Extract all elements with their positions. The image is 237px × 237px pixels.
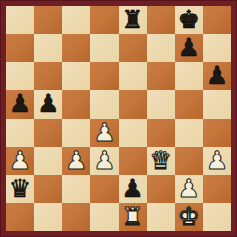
square-f5[interactable] [147,90,175,118]
square-h6[interactable]: ♟ [203,62,231,90]
square-f4[interactable] [147,119,175,147]
square-b5[interactable]: ♟ [34,90,62,118]
square-e1[interactable]: ♜ [119,203,147,231]
square-d2[interactable] [90,175,118,203]
piece-black-rook[interactable]: ♜ [121,6,143,34]
square-a2[interactable]: ♛ [6,175,34,203]
square-f7[interactable] [147,34,175,62]
square-e4[interactable] [119,119,147,147]
square-f6[interactable] [147,62,175,90]
square-f2[interactable] [147,175,175,203]
square-g8[interactable]: ♚ [175,6,203,34]
square-b3[interactable] [34,147,62,175]
square-g2[interactable]: ♟ [175,175,203,203]
square-c5[interactable] [62,90,90,118]
square-b6[interactable] [34,62,62,90]
square-c6[interactable] [62,62,90,90]
piece-black-pawn[interactable]: ♟ [178,34,200,62]
square-d7[interactable] [90,34,118,62]
square-g7[interactable]: ♟ [175,34,203,62]
chess-board: ♜♚♟♟♟♟♟♟♟♟♛♟♛♟♟♜♚ [6,6,231,231]
square-b8[interactable] [34,6,62,34]
square-e5[interactable] [119,90,147,118]
square-f1[interactable] [147,203,175,231]
piece-black-pawn[interactable]: ♟ [37,90,59,118]
square-e7[interactable] [119,34,147,62]
piece-white-pawn[interactable]: ♟ [9,147,31,175]
square-e6[interactable] [119,62,147,90]
square-d8[interactable] [90,6,118,34]
piece-white-pawn[interactable]: ♟ [65,147,87,175]
square-a4[interactable] [6,119,34,147]
square-h4[interactable] [203,119,231,147]
square-b4[interactable] [34,119,62,147]
square-h3[interactable]: ♟ [203,147,231,175]
square-c3[interactable]: ♟ [62,147,90,175]
piece-black-king[interactable]: ♚ [178,6,200,34]
piece-white-pawn[interactable]: ♟ [178,175,200,203]
square-h1[interactable] [203,203,231,231]
square-a5[interactable]: ♟ [6,90,34,118]
square-c7[interactable] [62,34,90,62]
piece-white-king[interactable]: ♚ [178,203,200,231]
square-d4[interactable]: ♟ [90,119,118,147]
square-g3[interactable] [175,147,203,175]
square-b2[interactable] [34,175,62,203]
square-c1[interactable] [62,203,90,231]
square-e8[interactable]: ♜ [119,6,147,34]
square-a3[interactable]: ♟ [6,147,34,175]
square-b1[interactable] [34,203,62,231]
square-a7[interactable] [6,34,34,62]
square-f8[interactable] [147,6,175,34]
piece-black-pawn[interactable]: ♟ [121,175,143,203]
square-a6[interactable] [6,62,34,90]
square-h8[interactable] [203,6,231,34]
square-d1[interactable] [90,203,118,231]
square-g1[interactable]: ♚ [175,203,203,231]
square-c4[interactable] [62,119,90,147]
square-h2[interactable] [203,175,231,203]
square-e3[interactable] [119,147,147,175]
piece-black-pawn[interactable]: ♟ [206,62,228,90]
square-a8[interactable] [6,6,34,34]
square-b7[interactable] [34,34,62,62]
piece-black-pawn[interactable]: ♟ [9,90,31,118]
piece-white-queen[interactable]: ♛ [149,147,171,175]
square-h5[interactable] [203,90,231,118]
piece-white-rook[interactable]: ♜ [121,203,143,231]
square-d5[interactable] [90,90,118,118]
square-h7[interactable] [203,34,231,62]
piece-black-queen[interactable]: ♛ [9,175,31,203]
square-d6[interactable] [90,62,118,90]
square-g4[interactable] [175,119,203,147]
chess-board-frame: ♜♚♟♟♟♟♟♟♟♟♛♟♛♟♟♜♚ [0,0,237,237]
square-f3[interactable]: ♛ [147,147,175,175]
piece-white-pawn[interactable]: ♟ [93,147,115,175]
square-e2[interactable]: ♟ [119,175,147,203]
square-d3[interactable]: ♟ [90,147,118,175]
square-a1[interactable] [6,203,34,231]
piece-white-pawn[interactable]: ♟ [93,119,115,147]
square-c8[interactable] [62,6,90,34]
piece-white-pawn[interactable]: ♟ [206,147,228,175]
square-c2[interactable] [62,175,90,203]
square-g6[interactable] [175,62,203,90]
square-g5[interactable] [175,90,203,118]
